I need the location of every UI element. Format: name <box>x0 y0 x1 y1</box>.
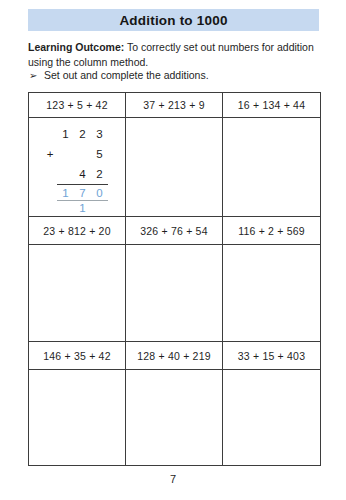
answer-digit: 1 <box>57 187 74 199</box>
digit: 2 <box>91 168 108 180</box>
answer-box-r2c1 <box>29 245 126 342</box>
learning-outcome: Learning Outcome: To correctly set out n… <box>28 40 328 69</box>
additions-grid: 123 + 5 + 42 37 + 213 + 9 16 + 134 + 44 … <box>28 92 321 466</box>
problem-label-r3c2: 128 + 40 + 219 <box>126 342 223 370</box>
worked-addend3-row: 4 2 <box>43 164 125 184</box>
answer-box-r2c3 <box>223 245 320 342</box>
digit: 5 <box>91 148 108 160</box>
page-title: Addition to 1000 <box>28 9 319 31</box>
answer-box-r1c3 <box>223 118 320 217</box>
problem-label-r2c2: 326 + 76 + 54 <box>126 217 223 245</box>
plus-sign: + <box>43 148 57 160</box>
answer-digit: 7 <box>74 187 91 199</box>
answer-digit: 0 <box>91 187 108 199</box>
digit: 3 <box>91 128 108 140</box>
answer-box-r2c2 <box>126 245 223 342</box>
worked-addend2-row: + 5 <box>43 144 125 164</box>
answer-box-r3c1 <box>29 370 126 465</box>
problem-label-r1c3: 16 + 134 + 44 <box>223 93 320 118</box>
answer-box-r1c1: 1 2 3 + 5 4 2 1 <box>29 118 126 217</box>
instruction-text: Set out and complete the additions. <box>44 69 209 81</box>
worksheet-page: Addition to 1000 Learning Outcome: To co… <box>0 0 346 500</box>
worked-addend1-row: 1 2 3 <box>43 124 125 144</box>
problem-label-r2c3: 116 + 2 + 569 <box>223 217 320 245</box>
page-number: 7 <box>0 473 346 485</box>
problem-label-r1c1: 123 + 5 + 42 <box>29 93 126 118</box>
arrow-bullet-icon: ➢ <box>29 70 44 81</box>
learning-outcome-label: Learning Outcome: <box>28 41 124 53</box>
learning-outcome-text-line1: To correctly set out numbers for additio… <box>127 41 314 53</box>
problem-label-r3c3: 33 + 15 + 403 <box>223 342 320 370</box>
digit: 1 <box>57 128 74 140</box>
answer-box-r1c2 <box>126 118 223 217</box>
worked-carry-row: 1 <box>57 201 108 215</box>
carry-digit: 1 <box>74 202 91 214</box>
instruction: ➢ Set out and complete the additions. <box>29 69 329 81</box>
learning-outcome-text-line2: using the column method. <box>28 55 328 70</box>
problem-label-r2c1: 23 + 812 + 20 <box>29 217 126 245</box>
worked-example: 1 2 3 + 5 4 2 1 <box>29 118 125 215</box>
answer-box-r3c3 <box>223 370 320 465</box>
problem-label-r1c2: 37 + 213 + 9 <box>126 93 223 118</box>
worked-answer-row: 1 7 0 <box>57 184 108 201</box>
digit: 2 <box>74 128 91 140</box>
answer-box-r3c2 <box>126 370 223 465</box>
problem-label-r3c1: 146 + 35 + 42 <box>29 342 126 370</box>
digit: 4 <box>74 168 91 180</box>
